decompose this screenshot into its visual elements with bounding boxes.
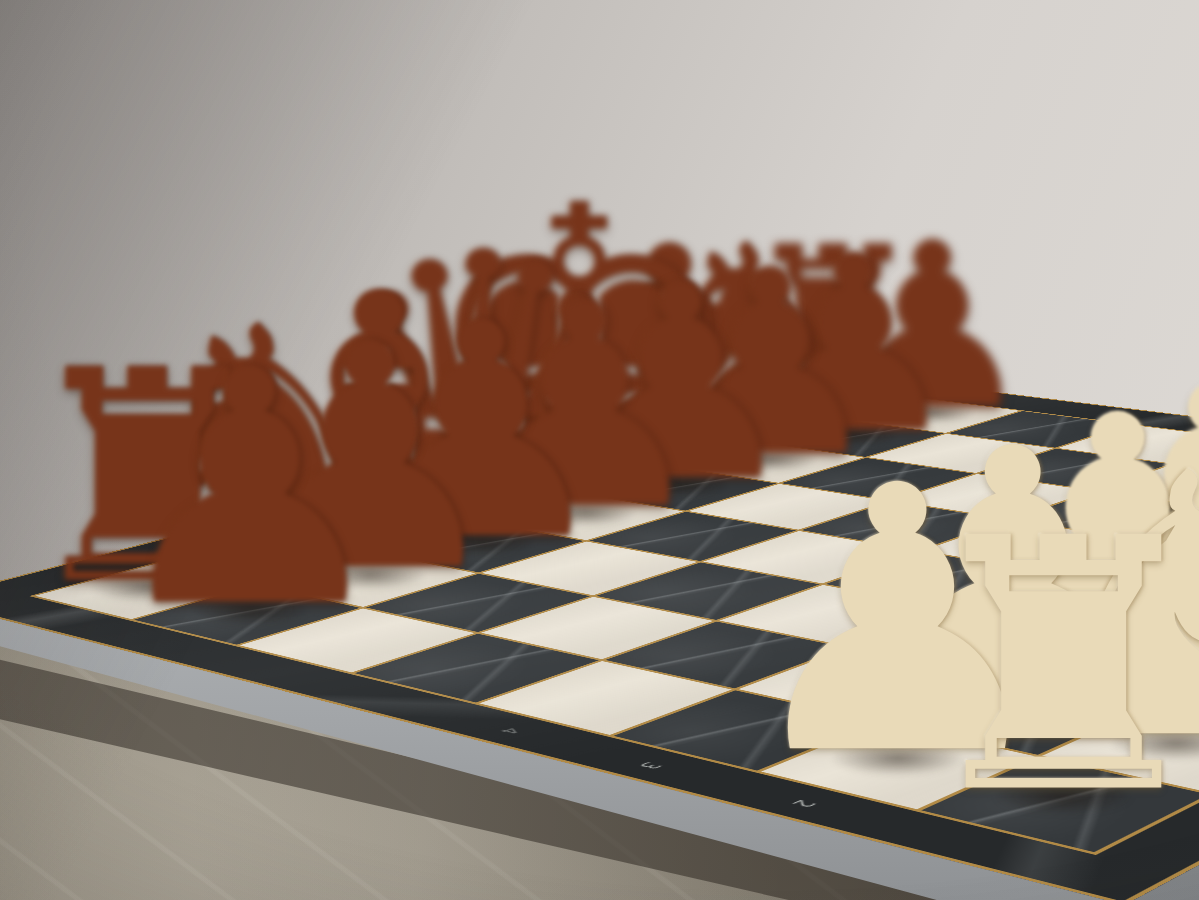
- rank-label-3: 3: [632, 760, 667, 770]
- rank-label-4: 4: [493, 726, 526, 736]
- rank-label-2: 2: [785, 798, 822, 809]
- chess-photo-scene: 432 ♜♟♞♟♝♟♚♟♛♟♝♟♞♟♟♜♟♟♟♝♟♞♟♜: [0, 0, 1199, 900]
